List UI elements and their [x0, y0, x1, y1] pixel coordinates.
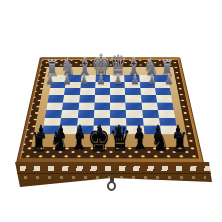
board-square-g3[interactable] [64, 88, 80, 95]
box-lid-seam [17, 173, 211, 174]
board-square-d4[interactable] [110, 95, 126, 102]
board-square-e5[interactable] [94, 102, 110, 109]
front-dot-inlay [24, 176, 206, 179]
piece-bN-g8[interactable]: ♞ [50, 127, 68, 155]
board-square-g4[interactable] [63, 95, 79, 102]
piece-bB-c8[interactable]: ♝ [130, 126, 149, 156]
chess-set-photo: ♜♞♝♚♛♝♞♜♟♟♟♟♟♟♟♟♟♟♟♟♟♟♟♟♜♞♝♚♛♝♞♜ [0, 0, 222, 222]
board-square-e4[interactable] [94, 95, 110, 102]
board-square-d3[interactable] [110, 88, 125, 95]
piece-bN-b8[interactable]: ♞ [151, 127, 169, 155]
board-square-b5[interactable] [141, 102, 158, 109]
piece-bR-a8[interactable]: ♜ [172, 129, 189, 155]
board-square-h6[interactable] [45, 110, 62, 118]
board-square-d6[interactable] [110, 110, 126, 118]
clasp-latch-ring-icon[interactable] [107, 181, 116, 191]
board-square-f3[interactable] [79, 88, 95, 95]
piece-bR-h8[interactable]: ♜ [30, 129, 47, 155]
piece-wP-e2[interactable]: ♟ [96, 72, 105, 86]
board-square-a3[interactable] [155, 88, 171, 95]
board-square-f4[interactable] [79, 95, 95, 102]
board-square-g6[interactable] [61, 110, 78, 118]
piece-wP-c2[interactable]: ♟ [130, 72, 139, 86]
board-square-c5[interactable] [126, 102, 142, 109]
pearl-dash-inlay [20, 166, 210, 171]
board-square-b3[interactable] [140, 88, 156, 95]
piece-bB-f8[interactable]: ♝ [70, 126, 89, 156]
board-square-d5[interactable] [110, 102, 126, 109]
board-square-e3[interactable] [95, 88, 110, 95]
board-square-e6[interactable] [94, 110, 110, 118]
piece-wP-d2[interactable]: ♟ [113, 72, 122, 86]
piece-wP-f2[interactable]: ♟ [80, 72, 89, 86]
board-square-b4[interactable] [141, 95, 157, 102]
board-square-h4[interactable] [48, 95, 65, 102]
board-square-b6[interactable] [142, 110, 159, 118]
board-square-a6[interactable] [158, 110, 175, 118]
board-square-g5[interactable] [62, 102, 79, 109]
board-square-c4[interactable] [125, 95, 141, 102]
board-square-f6[interactable] [77, 110, 94, 118]
piece-bQ-d8[interactable]: ♛ [109, 122, 131, 156]
board-square-a4[interactable] [156, 95, 173, 102]
piece-wP-b2[interactable]: ♟ [147, 72, 156, 86]
board-square-c3[interactable] [125, 88, 141, 95]
board-square-f5[interactable] [78, 102, 94, 109]
board-square-c6[interactable] [126, 110, 143, 118]
board-square-h3[interactable] [49, 88, 65, 95]
piece-wP-g2[interactable]: ♟ [63, 72, 72, 86]
board-square-a5[interactable] [157, 102, 174, 109]
piece-bK-e8[interactable]: ♚ [88, 121, 111, 156]
piece-wP-h2[interactable]: ♟ [46, 72, 55, 86]
board-square-h5[interactable] [46, 102, 63, 109]
piece-wP-a2[interactable]: ♟ [164, 72, 173, 86]
